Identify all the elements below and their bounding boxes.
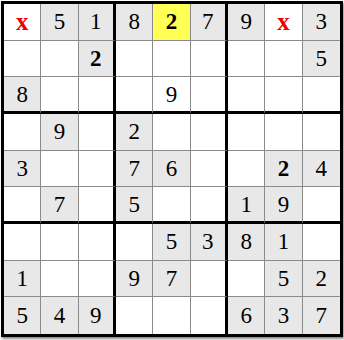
cell-r6c6[interactable] <box>191 187 228 224</box>
cell-r5c2[interactable] <box>41 151 78 188</box>
cell-r3c3[interactable] <box>79 77 116 114</box>
cell-r6c5[interactable] <box>153 187 190 224</box>
cell-r8c8[interactable]: 5 <box>265 261 302 298</box>
cell-r2c5[interactable] <box>153 41 190 78</box>
cell-r2c2[interactable] <box>41 41 78 78</box>
cell-r4c4[interactable]: 2 <box>116 114 153 151</box>
cell-r7c5[interactable]: 5 <box>153 224 190 261</box>
cell-r8c9[interactable]: 2 <box>303 261 340 298</box>
cell-r4c3[interactable] <box>79 114 116 151</box>
cell-r5c7[interactable] <box>228 151 265 188</box>
cell-r6c1[interactable] <box>4 187 41 224</box>
cell-r9c8[interactable]: 3 <box>265 297 302 334</box>
cell-r2c8[interactable] <box>265 41 302 78</box>
cell-r8c6[interactable] <box>191 261 228 298</box>
cell-r1c6[interactable]: 7 <box>191 4 228 41</box>
cell-r3c6[interactable] <box>191 77 228 114</box>
cell-r5c9[interactable]: 4 <box>303 151 340 188</box>
cell-r2c3[interactable]: 2 <box>79 41 116 78</box>
cell-r7c8[interactable]: 1 <box>265 224 302 261</box>
cell-r5c8[interactable]: 2 <box>265 151 302 188</box>
cell-r6c8[interactable]: 9 <box>265 187 302 224</box>
cell-r1c1[interactable]: x <box>4 4 41 41</box>
cell-r1c2[interactable]: 5 <box>41 4 78 41</box>
cell-r7c9[interactable] <box>303 224 340 261</box>
cell-r8c2[interactable] <box>41 261 78 298</box>
cell-r1c3[interactable]: 1 <box>79 4 116 41</box>
cell-r3c1[interactable]: 8 <box>4 77 41 114</box>
cell-r1c9[interactable]: 3 <box>303 4 340 41</box>
sudoku-board: x518279x3258992376247519538119752549637 <box>1 1 343 337</box>
cell-r4c8[interactable] <box>265 114 302 151</box>
cell-r8c5[interactable]: 7 <box>153 261 190 298</box>
cell-r7c4[interactable] <box>116 224 153 261</box>
cell-r3c9[interactable] <box>303 77 340 114</box>
cell-r9c6[interactable] <box>191 297 228 334</box>
cell-r9c5[interactable] <box>153 297 190 334</box>
cell-r7c6[interactable]: 3 <box>191 224 228 261</box>
cell-r9c9[interactable]: 7 <box>303 297 340 334</box>
cell-r8c7[interactable] <box>228 261 265 298</box>
cell-r6c2[interactable]: 7 <box>41 187 78 224</box>
cell-r7c2[interactable] <box>41 224 78 261</box>
cell-r2c1[interactable] <box>4 41 41 78</box>
cell-r4c6[interactable] <box>191 114 228 151</box>
cell-r2c6[interactable] <box>191 41 228 78</box>
cell-r6c7[interactable]: 1 <box>228 187 265 224</box>
cell-r1c7[interactable]: 9 <box>228 4 265 41</box>
cell-r9c4[interactable] <box>116 297 153 334</box>
cell-r5c5[interactable]: 6 <box>153 151 190 188</box>
cell-r6c4[interactable]: 5 <box>116 187 153 224</box>
cell-r9c1[interactable]: 5 <box>4 297 41 334</box>
cell-r4c1[interactable] <box>4 114 41 151</box>
cell-r6c9[interactable] <box>303 187 340 224</box>
cell-r4c2[interactable]: 9 <box>41 114 78 151</box>
cell-r3c7[interactable] <box>228 77 265 114</box>
cell-r2c7[interactable] <box>228 41 265 78</box>
cell-r4c7[interactable] <box>228 114 265 151</box>
cell-r4c5[interactable] <box>153 114 190 151</box>
cell-r5c1[interactable]: 3 <box>4 151 41 188</box>
cell-r3c5[interactable]: 9 <box>153 77 190 114</box>
cell-r2c9[interactable]: 5 <box>303 41 340 78</box>
cell-r7c3[interactable] <box>79 224 116 261</box>
sudoku-page: x518279x3258992376247519538119752549637 <box>0 0 344 340</box>
cell-r5c6[interactable] <box>191 151 228 188</box>
cell-r9c7[interactable]: 6 <box>228 297 265 334</box>
cell-r8c4[interactable]: 9 <box>116 261 153 298</box>
cell-r6c3[interactable] <box>79 187 116 224</box>
cell-r8c3[interactable] <box>79 261 116 298</box>
cell-r3c4[interactable] <box>116 77 153 114</box>
cell-r1c8[interactable]: x <box>265 4 302 41</box>
cell-r7c7[interactable]: 8 <box>228 224 265 261</box>
cell-r1c5[interactable]: 2 <box>153 4 190 41</box>
cell-r9c2[interactable]: 4 <box>41 297 78 334</box>
cell-r2c4[interactable] <box>116 41 153 78</box>
cell-r1c4[interactable]: 8 <box>116 4 153 41</box>
cell-r3c2[interactable] <box>41 77 78 114</box>
cell-r4c9[interactable] <box>303 114 340 151</box>
cell-r8c1[interactable]: 1 <box>4 261 41 298</box>
cell-r5c3[interactable] <box>79 151 116 188</box>
cell-r7c1[interactable] <box>4 224 41 261</box>
cell-r3c8[interactable] <box>265 77 302 114</box>
cell-r9c3[interactable]: 9 <box>79 297 116 334</box>
cell-r5c4[interactable]: 7 <box>116 151 153 188</box>
